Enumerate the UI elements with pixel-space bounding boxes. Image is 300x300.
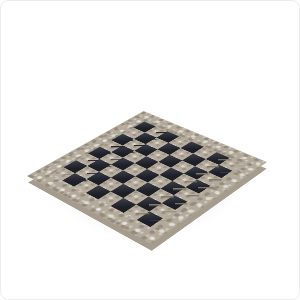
product-photo: ♜♞♝♛♚♝♞♜♟♟♟♟♟♟♟♟♟♟♟♟♟♟♟♟♜♞♝♛♚♝♞♜ (0, 0, 300, 300)
chess-board: ♜♞♝♛♚♝♞♜♟♟♟♟♟♟♟♟♟♟♟♟♟♟♟♟♜♞♝♛♚♝♞♜ (27, 111, 267, 244)
